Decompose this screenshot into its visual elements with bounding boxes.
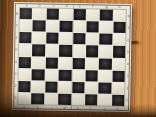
file-label: c [47,106,54,109]
file-label: g [100,107,107,110]
file-label: f [89,5,96,8]
square-d5 [59,45,72,56]
file-label: e [74,106,81,109]
square-a1 [18,93,31,104]
rank-label: 4 [126,61,129,68]
square-d7 [60,21,73,32]
file-label: h [116,5,123,8]
rank-label: 4 [14,59,17,66]
square-b3 [32,69,45,80]
square-b7 [33,20,46,31]
square-e5 [73,45,86,56]
playing-area [18,8,126,106]
file-label: h [114,107,121,110]
square-e3 [72,70,85,81]
square-a6 [19,32,32,43]
square-h8 [113,10,126,21]
rank-label: 3 [14,71,17,78]
square-f8 [87,9,100,20]
file-label: f [87,107,94,110]
square-g6 [99,34,112,45]
square-d8 [60,9,73,20]
rank-label: 5 [14,47,17,54]
rank-label: 8 [15,11,18,18]
square-g2 [99,82,112,93]
square-e6 [73,33,86,44]
square-c7 [46,21,59,32]
square-b4 [32,57,45,68]
square-g1 [98,94,111,105]
square-b8 [33,8,46,19]
file-label: d [63,4,70,7]
square-g5 [99,46,112,57]
square-e7 [73,21,86,32]
square-a3 [19,69,32,80]
square-c5 [46,45,59,56]
rank-label: 7 [127,25,130,32]
square-h2 [112,83,125,94]
square-a8 [20,8,33,19]
square-g3 [99,70,112,81]
rank-label: 1 [125,97,128,104]
rank-label: 2 [14,83,17,90]
file-label: e [76,4,83,7]
file-label: g [102,5,109,8]
rank-label: 2 [126,85,129,92]
square-f1 [85,94,98,105]
square-g7 [100,22,113,33]
square-f2 [85,82,98,93]
square-h4 [112,58,125,69]
rank-label: 5 [126,49,129,56]
square-g4 [99,58,112,69]
rank-label: 3 [126,73,129,80]
square-d1 [58,94,71,105]
square-d2 [58,81,71,92]
square-c3 [45,69,58,80]
square-f5 [86,46,99,57]
square-h6 [113,34,126,45]
square-h3 [112,70,125,81]
square-b6 [33,32,46,43]
square-b1 [31,93,44,104]
square-c1 [45,93,58,104]
file-label: b [34,106,41,109]
file-label: b [36,4,43,7]
square-c8 [46,9,59,20]
square-e2 [72,82,85,93]
rank-label: 8 [127,13,130,20]
square-a5 [19,44,32,55]
square-f4 [86,58,99,69]
square-d3 [59,69,72,80]
square-f7 [86,21,99,32]
photo-of-chessboard: abcdefgh abcdefgh 87654321 87654321 [0,0,156,117]
square-h5 [113,46,126,57]
square-c6 [46,33,59,44]
square-e4 [72,58,85,69]
square-f6 [86,34,99,45]
square-a7 [19,20,32,31]
square-c2 [45,81,58,92]
square-e1 [72,94,85,105]
square-b2 [32,81,45,92]
square-d4 [59,57,72,68]
square-h7 [113,22,126,33]
square-d6 [59,33,72,44]
rank-label: 6 [15,35,18,42]
square-a4 [19,56,32,67]
rank-label: 7 [15,23,18,30]
chessboard: abcdefgh abcdefgh 87654321 87654321 [12,2,132,112]
square-f3 [85,70,98,81]
square-h1 [112,95,125,106]
square-a2 [18,81,31,92]
square-c4 [46,57,59,68]
file-label: d [61,106,68,109]
square-e8 [73,9,86,20]
rank-label: 6 [127,37,130,44]
file-label: c [49,4,56,7]
square-b5 [32,45,45,56]
file-label: a [23,3,30,6]
square-g8 [100,10,113,21]
rank-label: 1 [13,95,16,102]
file-label: a [21,105,28,108]
